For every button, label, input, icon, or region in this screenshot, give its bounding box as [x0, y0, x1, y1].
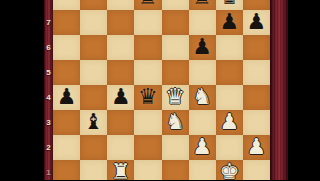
square-g6: [216, 35, 243, 60]
black-bishop-b3: ♝: [80, 110, 107, 135]
square-g2: [216, 135, 243, 160]
rank-label-4: 4: [44, 93, 53, 102]
square-e8: [162, 0, 189, 10]
square-b7: [80, 10, 107, 35]
black-queen-d4: ♛: [134, 85, 161, 110]
square-a1: [53, 160, 80, 181]
square-c8: [107, 0, 134, 10]
square-h3: [243, 110, 270, 135]
rank-label-5: 5: [44, 68, 53, 77]
square-g4: [216, 85, 243, 110]
square-d4: ♛: [134, 85, 161, 110]
white-pawn-g3: ♟: [216, 110, 243, 135]
square-f3: [189, 110, 216, 135]
square-f4: ♞: [189, 85, 216, 110]
white-knight-e3: ♞: [162, 110, 189, 135]
square-h2: ♟: [243, 135, 270, 160]
square-e4: ♛: [162, 85, 189, 110]
black-pawn-g7: ♟: [216, 10, 243, 35]
square-d5: [134, 60, 161, 85]
square-a7: [53, 10, 80, 35]
rank-label-7: 7: [44, 18, 53, 27]
square-a5: [53, 60, 80, 85]
white-knight-f4: ♞: [189, 85, 216, 110]
square-g1: ♚: [216, 160, 243, 181]
square-b4: [80, 85, 107, 110]
square-f7: [189, 10, 216, 35]
square-g7: ♟: [216, 10, 243, 35]
square-d8: ♜: [134, 0, 161, 10]
square-g5: [216, 60, 243, 85]
square-c6: [107, 35, 134, 60]
square-f8: ♜: [189, 0, 216, 10]
chess-board: ♜♜♚♟♟♟♟♟♛♛♞♝♞♟♟♟♜♚: [53, 0, 270, 180]
black-rook-f8: ♜: [189, 0, 216, 10]
square-c1: ♜: [107, 160, 134, 181]
white-pawn-f2: ♟: [189, 135, 216, 160]
black-pawn-a4: ♟: [53, 85, 80, 110]
rank-label-3: 3: [44, 118, 53, 127]
square-c4: ♟: [107, 85, 134, 110]
chess-diagram: ♜♜♚♟♟♟♟♟♛♛♞♝♞♟♟♟♜♚ 7654321: [0, 0, 320, 180]
square-e1: [162, 160, 189, 181]
square-b5: [80, 60, 107, 85]
square-a3: [53, 110, 80, 135]
black-king-g8: ♚: [216, 0, 243, 10]
square-e6: [162, 35, 189, 60]
square-b3: ♝: [80, 110, 107, 135]
black-pawn-h7: ♟: [243, 10, 270, 35]
square-b6: [80, 35, 107, 60]
square-g8: ♚: [216, 0, 243, 10]
square-c5: [107, 60, 134, 85]
square-h5: [243, 60, 270, 85]
square-a2: [53, 135, 80, 160]
square-d7: [134, 10, 161, 35]
square-h7: ♟: [243, 10, 270, 35]
white-king-g1: ♚: [216, 160, 243, 181]
rank-label-6: 6: [44, 43, 53, 52]
square-e7: [162, 10, 189, 35]
square-h8: [243, 0, 270, 10]
square-b2: [80, 135, 107, 160]
board-frame-right: [270, 0, 288, 180]
square-b8: [80, 0, 107, 10]
square-f6: ♟: [189, 35, 216, 60]
black-pawn-c4: ♟: [107, 85, 134, 110]
square-h6: [243, 35, 270, 60]
white-rook-c1: ♜: [107, 160, 134, 181]
black-rook-d8: ♜: [134, 0, 161, 10]
square-a6: [53, 35, 80, 60]
square-c3: [107, 110, 134, 135]
square-d2: [134, 135, 161, 160]
square-c2: [107, 135, 134, 160]
square-h1: [243, 160, 270, 181]
square-e5: [162, 60, 189, 85]
square-d1: [134, 160, 161, 181]
square-f2: ♟: [189, 135, 216, 160]
rank-label-1: 1: [44, 168, 53, 177]
square-d6: [134, 35, 161, 60]
square-e2: [162, 135, 189, 160]
rank-label-2: 2: [44, 143, 53, 152]
square-d3: [134, 110, 161, 135]
white-queen-e4: ♛: [162, 85, 189, 110]
square-g3: ♟: [216, 110, 243, 135]
square-a8: [53, 0, 80, 10]
square-h4: [243, 85, 270, 110]
square-f1: [189, 160, 216, 181]
square-c7: [107, 10, 134, 35]
black-pawn-f6: ♟: [189, 35, 216, 60]
white-pawn-h2: ♟: [243, 135, 270, 160]
square-a4: ♟: [53, 85, 80, 110]
square-b1: [80, 160, 107, 181]
square-e3: ♞: [162, 110, 189, 135]
square-f5: [189, 60, 216, 85]
